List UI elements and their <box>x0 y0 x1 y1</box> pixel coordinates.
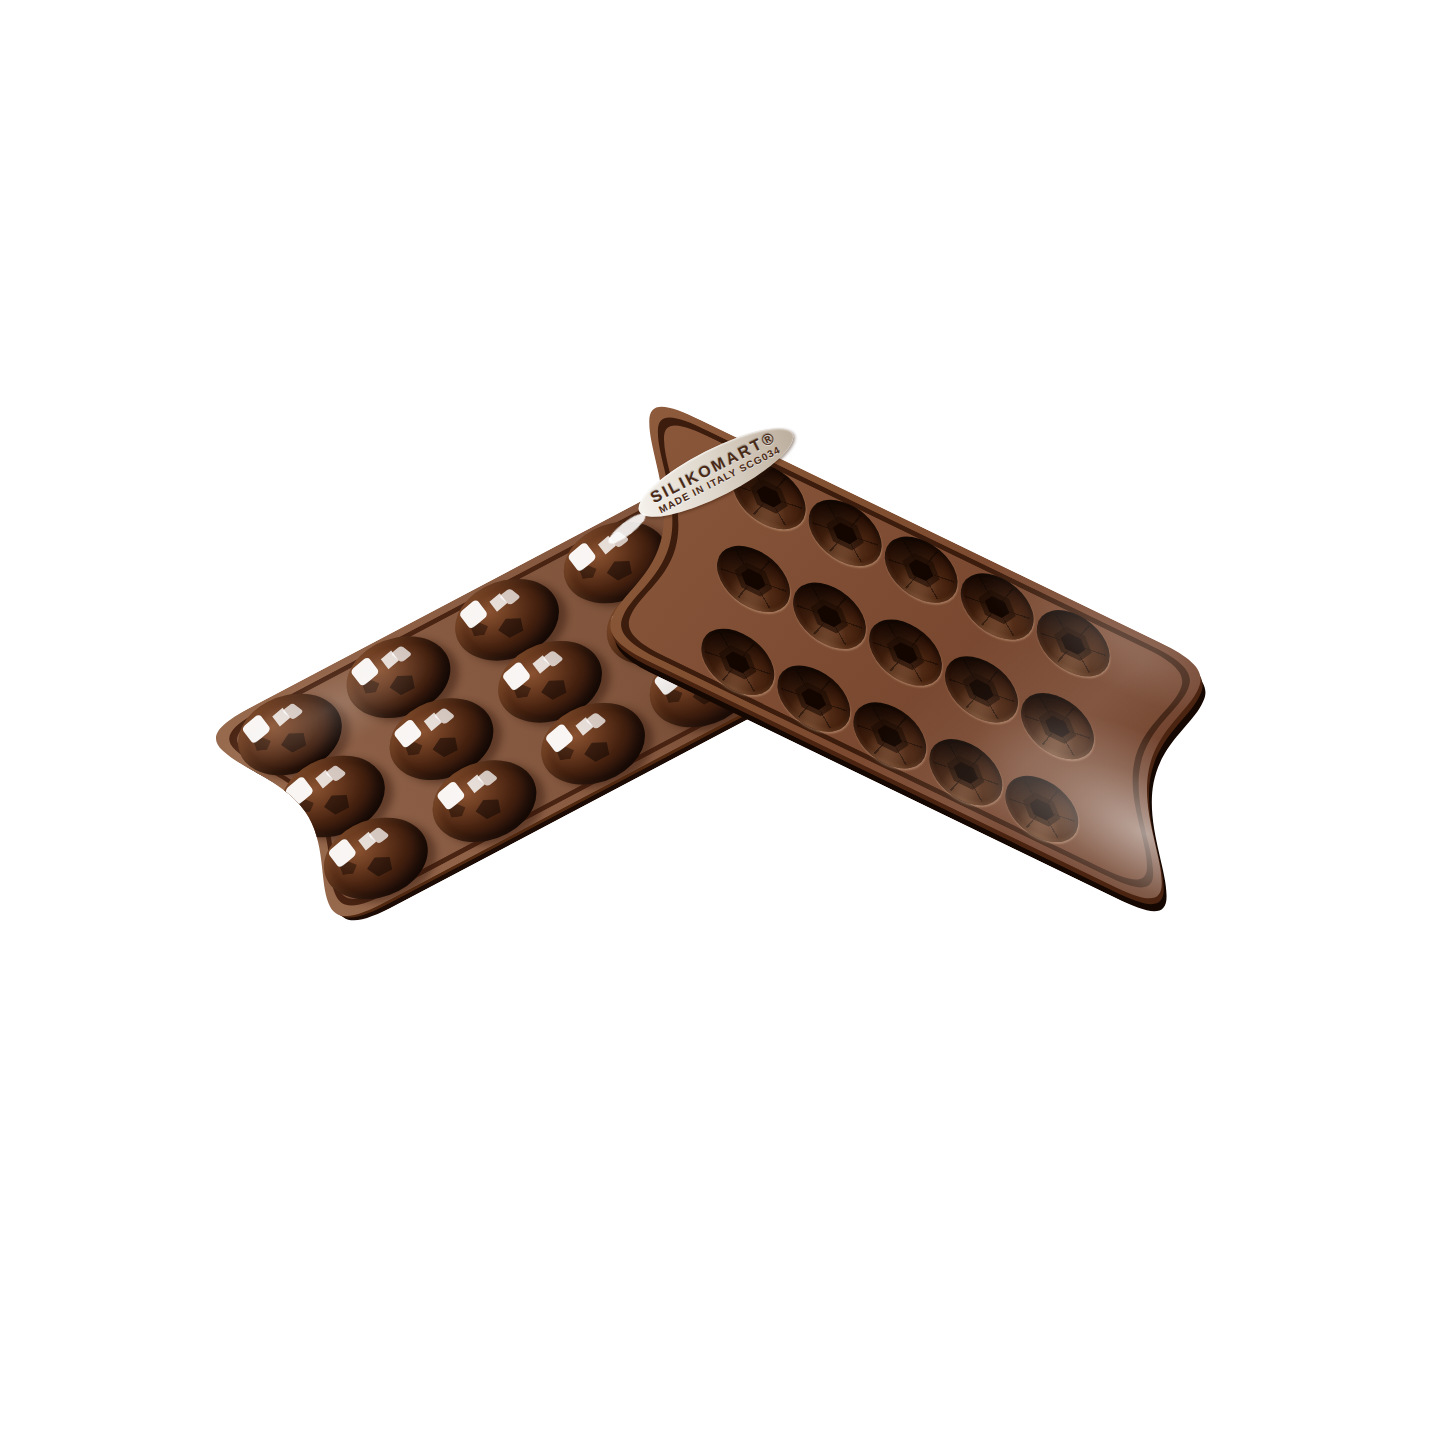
dome-pentagon-patch <box>404 741 423 756</box>
dome-pentagon-patch <box>579 736 615 765</box>
dome-pentagon-patch <box>338 860 357 875</box>
dome-pentagon-patch <box>578 564 597 579</box>
mold-cavity <box>956 561 1039 652</box>
mold-cavity <box>1016 681 1099 772</box>
mold-tab <box>883 789 902 808</box>
dome-pentagon-patch <box>295 798 314 813</box>
dome-pentagon-patch <box>493 612 529 641</box>
dome-pentagon-patch <box>385 669 421 698</box>
mold-cavity <box>880 524 963 615</box>
dome-pentagon-patch <box>536 674 572 703</box>
dome-pentagon-patch <box>555 746 574 761</box>
dome-pentagon-patch <box>664 688 683 703</box>
dome-pentagon-patch <box>362 851 398 880</box>
mold-cavity <box>788 570 871 661</box>
mold-cavity <box>864 607 947 698</box>
dome-pentagon-patch <box>428 731 464 760</box>
dome-pentagon-patch <box>447 803 466 818</box>
mold-cavity <box>804 487 887 578</box>
mold-cavity <box>1032 598 1115 689</box>
mold-cavity <box>712 533 795 624</box>
dome-pentagon-patch <box>361 679 380 694</box>
product-photo-stage: SILIKOMART® MADE IN ITALY SCG034 <box>0 0 1445 1445</box>
dome-pentagon-patch <box>252 736 271 751</box>
dome-pentagon-patch <box>276 727 312 756</box>
dome-pentagon-patch <box>512 684 531 699</box>
mold-cavity <box>940 644 1023 735</box>
dome-pentagon-patch <box>469 622 488 637</box>
dome-pentagon-patch <box>319 789 355 818</box>
dome-pentagon-patch <box>471 793 507 822</box>
